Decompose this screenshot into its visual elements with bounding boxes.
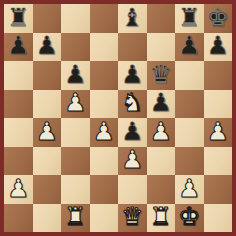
square-b3[interactable]: [33, 147, 62, 176]
piece-black-pawn[interactable]: ♟: [121, 119, 143, 144]
square-d1[interactable]: [90, 204, 119, 233]
square-c1[interactable]: ♜: [61, 204, 90, 233]
square-g7[interactable]: ♟: [175, 33, 204, 62]
square-b4[interactable]: ♟: [33, 118, 62, 147]
piece-white-pawn[interactable]: ♟: [178, 176, 200, 201]
square-e5[interactable]: ♞: [118, 90, 147, 119]
piece-white-pawn[interactable]: ♟: [121, 147, 143, 172]
square-b7[interactable]: ♟: [33, 33, 62, 62]
piece-black-king[interactable]: ♚: [207, 5, 229, 30]
square-f8[interactable]: [147, 4, 176, 33]
square-d4[interactable]: ♟: [90, 118, 119, 147]
square-h3[interactable]: [204, 147, 233, 176]
square-a3[interactable]: [4, 147, 33, 176]
piece-white-rook[interactable]: ♜: [150, 204, 172, 229]
square-c7[interactable]: [61, 33, 90, 62]
square-h6[interactable]: [204, 61, 233, 90]
square-h8[interactable]: ♚: [204, 4, 233, 33]
square-d7[interactable]: [90, 33, 119, 62]
square-g8[interactable]: ♜: [175, 4, 204, 33]
chess-board: ♜♝♜♚♟♟♟♟♟♟♛♟♞♟♟♟♟♟♟♟♟♟♜♛♜♚: [0, 0, 236, 236]
square-d8[interactable]: [90, 4, 119, 33]
square-a7[interactable]: ♟: [4, 33, 33, 62]
square-c4[interactable]: [61, 118, 90, 147]
square-d3[interactable]: [90, 147, 119, 176]
piece-black-queen[interactable]: ♛: [150, 62, 172, 87]
square-h5[interactable]: [204, 90, 233, 119]
square-b5[interactable]: [33, 90, 62, 119]
square-b8[interactable]: [33, 4, 62, 33]
square-g5[interactable]: [175, 90, 204, 119]
piece-black-pawn[interactable]: ♟: [178, 33, 200, 58]
square-f7[interactable]: [147, 33, 176, 62]
square-e8[interactable]: ♝: [118, 4, 147, 33]
square-b2[interactable]: [33, 175, 62, 204]
piece-black-pawn[interactable]: ♟: [207, 33, 229, 58]
piece-white-pawn[interactable]: ♟: [64, 90, 86, 115]
piece-black-pawn[interactable]: ♟: [64, 62, 86, 87]
square-d6[interactable]: [90, 61, 119, 90]
square-b6[interactable]: [33, 61, 62, 90]
piece-black-pawn[interactable]: ♟: [121, 62, 143, 87]
square-g6[interactable]: [175, 61, 204, 90]
square-a4[interactable]: [4, 118, 33, 147]
square-c5[interactable]: ♟: [61, 90, 90, 119]
square-f1[interactable]: ♜: [147, 204, 176, 233]
square-c6[interactable]: ♟: [61, 61, 90, 90]
piece-black-rook[interactable]: ♜: [7, 5, 29, 30]
square-a5[interactable]: [4, 90, 33, 119]
piece-black-bishop[interactable]: ♝: [121, 5, 143, 30]
piece-white-king[interactable]: ♚: [178, 204, 200, 229]
square-e1[interactable]: ♛: [118, 204, 147, 233]
square-c8[interactable]: [61, 4, 90, 33]
square-f5[interactable]: ♟: [147, 90, 176, 119]
square-g4[interactable]: [175, 118, 204, 147]
square-a8[interactable]: ♜: [4, 4, 33, 33]
square-e4[interactable]: ♟: [118, 118, 147, 147]
piece-white-pawn[interactable]: ♟: [36, 119, 58, 144]
square-f4[interactable]: ♟: [147, 118, 176, 147]
piece-black-pawn[interactable]: ♟: [7, 33, 29, 58]
square-g2[interactable]: ♟: [175, 175, 204, 204]
square-g3[interactable]: [175, 147, 204, 176]
square-d2[interactable]: [90, 175, 119, 204]
square-f2[interactable]: [147, 175, 176, 204]
square-g1[interactable]: ♚: [175, 204, 204, 233]
piece-white-pawn[interactable]: ♟: [150, 119, 172, 144]
square-h2[interactable]: [204, 175, 233, 204]
piece-black-pawn[interactable]: ♟: [36, 33, 58, 58]
square-h4[interactable]: ♟: [204, 118, 233, 147]
square-e7[interactable]: [118, 33, 147, 62]
square-d5[interactable]: [90, 90, 119, 119]
piece-white-pawn[interactable]: ♟: [93, 119, 115, 144]
square-h7[interactable]: ♟: [204, 33, 233, 62]
piece-white-rook[interactable]: ♜: [64, 204, 86, 229]
square-e2[interactable]: [118, 175, 147, 204]
piece-white-knight[interactable]: ♞: [121, 90, 143, 115]
piece-white-pawn[interactable]: ♟: [207, 119, 229, 144]
piece-black-pawn[interactable]: ♟: [150, 90, 172, 115]
square-c3[interactable]: [61, 147, 90, 176]
square-e6[interactable]: ♟: [118, 61, 147, 90]
square-b1[interactable]: [33, 204, 62, 233]
square-a1[interactable]: [4, 204, 33, 233]
square-a6[interactable]: [4, 61, 33, 90]
square-f6[interactable]: ♛: [147, 61, 176, 90]
piece-white-queen[interactable]: ♛: [121, 204, 143, 229]
square-c2[interactable]: [61, 175, 90, 204]
piece-black-rook[interactable]: ♜: [178, 5, 200, 30]
square-e3[interactable]: ♟: [118, 147, 147, 176]
piece-white-pawn[interactable]: ♟: [7, 176, 29, 201]
square-f3[interactable]: [147, 147, 176, 176]
square-a2[interactable]: ♟: [4, 175, 33, 204]
square-h1[interactable]: [204, 204, 233, 233]
